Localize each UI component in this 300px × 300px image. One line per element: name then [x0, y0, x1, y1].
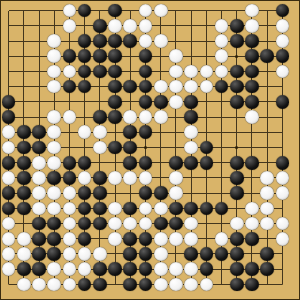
- board-cell[interactable]: [123, 18, 138, 33]
- board-cell[interactable]: [62, 3, 77, 18]
- board-cell[interactable]: [244, 201, 259, 216]
- board-cell[interactable]: [1, 262, 16, 277]
- board-cell[interactable]: [260, 231, 275, 246]
- board-cell[interactable]: [260, 18, 275, 33]
- board-cell[interactable]: [214, 216, 229, 231]
- board-cell[interactable]: [62, 216, 77, 231]
- board-cell[interactable]: [244, 94, 259, 109]
- board-cell[interactable]: [1, 155, 16, 170]
- board-cell[interactable]: [184, 64, 199, 79]
- board-cell[interactable]: [107, 246, 122, 261]
- board-cell[interactable]: [62, 33, 77, 48]
- board-cell[interactable]: [153, 201, 168, 216]
- board-cell[interactable]: [214, 277, 229, 292]
- board-cell[interactable]: [153, 125, 168, 140]
- board-cell[interactable]: [199, 79, 214, 94]
- board-cell[interactable]: [62, 64, 77, 79]
- board-cell[interactable]: [31, 170, 46, 185]
- board-cell[interactable]: [260, 33, 275, 48]
- board-cell[interactable]: [199, 49, 214, 64]
- board-cell[interactable]: [107, 155, 122, 170]
- board-cell[interactable]: [229, 216, 244, 231]
- board-cell[interactable]: [1, 33, 16, 48]
- board-cell[interactable]: [199, 18, 214, 33]
- board-cell[interactable]: [92, 18, 107, 33]
- board-cell[interactable]: [123, 231, 138, 246]
- board-cell[interactable]: [153, 216, 168, 231]
- board-cell[interactable]: [260, 125, 275, 140]
- board-cell[interactable]: [153, 94, 168, 109]
- board-cell[interactable]: [31, 125, 46, 140]
- board-cell[interactable]: [31, 262, 46, 277]
- board-cell[interactable]: [275, 170, 290, 185]
- board-cell[interactable]: [244, 109, 259, 124]
- board-cell[interactable]: [199, 33, 214, 48]
- board-cell[interactable]: [229, 125, 244, 140]
- board-cell[interactable]: [184, 277, 199, 292]
- board-cell[interactable]: [138, 155, 153, 170]
- board-cell[interactable]: [1, 140, 16, 155]
- board-cell[interactable]: [244, 186, 259, 201]
- board-cell[interactable]: [138, 170, 153, 185]
- board-cell[interactable]: [31, 231, 46, 246]
- board-cell[interactable]: [47, 277, 62, 292]
- board-cell[interactable]: [123, 246, 138, 261]
- board-cell[interactable]: [214, 125, 229, 140]
- board-cell[interactable]: [275, 277, 290, 292]
- board-cell[interactable]: [123, 277, 138, 292]
- board-cell[interactable]: [229, 262, 244, 277]
- board-cell[interactable]: [31, 109, 46, 124]
- board-cell[interactable]: [77, 79, 92, 94]
- board-cell[interactable]: [229, 246, 244, 261]
- board-cell[interactable]: [184, 79, 199, 94]
- board-cell[interactable]: [138, 64, 153, 79]
- board-cell[interactable]: [244, 125, 259, 140]
- board-cell[interactable]: [229, 231, 244, 246]
- board-cell[interactable]: [123, 94, 138, 109]
- board-cell[interactable]: [138, 140, 153, 155]
- board-cell[interactable]: [107, 201, 122, 216]
- board-cell[interactable]: [168, 79, 183, 94]
- board-cell[interactable]: [214, 231, 229, 246]
- board-cell[interactable]: [47, 109, 62, 124]
- board-cell[interactable]: [62, 18, 77, 33]
- board-cell[interactable]: [77, 170, 92, 185]
- board-cell[interactable]: [229, 170, 244, 185]
- board-cell[interactable]: [199, 277, 214, 292]
- board-cell[interactable]: [47, 262, 62, 277]
- board-cell[interactable]: [107, 64, 122, 79]
- board-cell[interactable]: [275, 186, 290, 201]
- board-cell[interactable]: [123, 125, 138, 140]
- board-cell[interactable]: [16, 216, 31, 231]
- board-cell[interactable]: [123, 33, 138, 48]
- board-cell[interactable]: [199, 64, 214, 79]
- board-cell[interactable]: [153, 186, 168, 201]
- board-cell[interactable]: [16, 94, 31, 109]
- board-cell[interactable]: [16, 49, 31, 64]
- board-cell[interactable]: [168, 33, 183, 48]
- board-cell[interactable]: [92, 246, 107, 261]
- board-cell[interactable]: [244, 49, 259, 64]
- board-cell[interactable]: [168, 94, 183, 109]
- board-cell[interactable]: [77, 155, 92, 170]
- board-cell[interactable]: [62, 125, 77, 140]
- board-cell[interactable]: [31, 18, 46, 33]
- board-cell[interactable]: [92, 125, 107, 140]
- board-cell[interactable]: [275, 125, 290, 140]
- board-cell[interactable]: [123, 216, 138, 231]
- board-cell[interactable]: [275, 262, 290, 277]
- board-cell[interactable]: [92, 109, 107, 124]
- board-cell[interactable]: [16, 125, 31, 140]
- board-cell[interactable]: [31, 140, 46, 155]
- board-cell[interactable]: [214, 49, 229, 64]
- board-cell[interactable]: [214, 33, 229, 48]
- board-cell[interactable]: [184, 49, 199, 64]
- board-cell[interactable]: [153, 79, 168, 94]
- board-cell[interactable]: [1, 277, 16, 292]
- board-cell[interactable]: [92, 33, 107, 48]
- board-cell[interactable]: [184, 231, 199, 246]
- board-cell[interactable]: [153, 18, 168, 33]
- board-cell[interactable]: [47, 3, 62, 18]
- board-cell[interactable]: [1, 201, 16, 216]
- board-cell[interactable]: [62, 140, 77, 155]
- board-cell[interactable]: [107, 262, 122, 277]
- board-cell[interactable]: [47, 246, 62, 261]
- board-cell[interactable]: [260, 64, 275, 79]
- board-cell[interactable]: [1, 49, 16, 64]
- board-cell[interactable]: [184, 140, 199, 155]
- board-cell[interactable]: [107, 125, 122, 140]
- board-cell[interactable]: [244, 33, 259, 48]
- board-cell[interactable]: [123, 262, 138, 277]
- board-cell[interactable]: [16, 277, 31, 292]
- board-cell[interactable]: [138, 201, 153, 216]
- board-cell[interactable]: [244, 277, 259, 292]
- board-cell[interactable]: [47, 216, 62, 231]
- board-cell[interactable]: [31, 33, 46, 48]
- board-cell[interactable]: [168, 277, 183, 292]
- board-cell[interactable]: [168, 155, 183, 170]
- board-cell[interactable]: [260, 109, 275, 124]
- board-cell[interactable]: [107, 186, 122, 201]
- board-cell[interactable]: [92, 186, 107, 201]
- board-cell[interactable]: [62, 201, 77, 216]
- board-cell[interactable]: [168, 64, 183, 79]
- board-cell[interactable]: [107, 3, 122, 18]
- board-cell[interactable]: [153, 231, 168, 246]
- board-cell[interactable]: [214, 170, 229, 185]
- board-cell[interactable]: [184, 246, 199, 261]
- board-cell[interactable]: [168, 201, 183, 216]
- board-cell[interactable]: [244, 231, 259, 246]
- board-cell[interactable]: [153, 3, 168, 18]
- board-cell[interactable]: [77, 18, 92, 33]
- board-cell[interactable]: [199, 140, 214, 155]
- board-cell[interactable]: [229, 79, 244, 94]
- board-cell[interactable]: [92, 277, 107, 292]
- board-cell[interactable]: [153, 277, 168, 292]
- board-cell[interactable]: [77, 3, 92, 18]
- board-cell[interactable]: [214, 94, 229, 109]
- board-cell[interactable]: [77, 201, 92, 216]
- board-cell[interactable]: [138, 277, 153, 292]
- board-cell[interactable]: [244, 140, 259, 155]
- board-cell[interactable]: [153, 262, 168, 277]
- board-cell[interactable]: [153, 155, 168, 170]
- board-cell[interactable]: [92, 49, 107, 64]
- board-cell[interactable]: [184, 262, 199, 277]
- board-cell[interactable]: [260, 94, 275, 109]
- board-cell[interactable]: [47, 79, 62, 94]
- board-cell[interactable]: [138, 216, 153, 231]
- board-cell[interactable]: [184, 3, 199, 18]
- board-cell[interactable]: [275, 231, 290, 246]
- board-cell[interactable]: [138, 94, 153, 109]
- board-cell[interactable]: [260, 277, 275, 292]
- board-cell[interactable]: [244, 18, 259, 33]
- board-cell[interactable]: [16, 231, 31, 246]
- board-cell[interactable]: [184, 94, 199, 109]
- board-cell[interactable]: [184, 155, 199, 170]
- board-cell[interactable]: [123, 79, 138, 94]
- board-cell[interactable]: [47, 186, 62, 201]
- board-cell[interactable]: [107, 170, 122, 185]
- board-cell[interactable]: [260, 49, 275, 64]
- board-cell[interactable]: [260, 262, 275, 277]
- board-cell[interactable]: [229, 94, 244, 109]
- board-cell[interactable]: [260, 186, 275, 201]
- board-cell[interactable]: [168, 186, 183, 201]
- board-cell[interactable]: [168, 231, 183, 246]
- board-cell[interactable]: [184, 109, 199, 124]
- board-cell[interactable]: [77, 216, 92, 231]
- board-cell[interactable]: [244, 79, 259, 94]
- board-cell[interactable]: [244, 170, 259, 185]
- board-cell[interactable]: [184, 33, 199, 48]
- board-cell[interactable]: [92, 3, 107, 18]
- board-cell[interactable]: [107, 18, 122, 33]
- board-cell[interactable]: [16, 262, 31, 277]
- board-cell[interactable]: [16, 186, 31, 201]
- board-cell[interactable]: [138, 246, 153, 261]
- board-cell[interactable]: [138, 49, 153, 64]
- board-cell[interactable]: [260, 216, 275, 231]
- board-cell[interactable]: [275, 33, 290, 48]
- board-cell[interactable]: [62, 109, 77, 124]
- board-cell[interactable]: [244, 262, 259, 277]
- board-cell[interactable]: [138, 79, 153, 94]
- board-cell[interactable]: [123, 64, 138, 79]
- board-cell[interactable]: [1, 216, 16, 231]
- board-cell[interactable]: [77, 109, 92, 124]
- board-cell[interactable]: [153, 140, 168, 155]
- board-cell[interactable]: [62, 262, 77, 277]
- board-cell[interactable]: [47, 140, 62, 155]
- board-cell[interactable]: [199, 262, 214, 277]
- board-cell[interactable]: [62, 49, 77, 64]
- board-cell[interactable]: [244, 216, 259, 231]
- board-cell[interactable]: [168, 140, 183, 155]
- board-cell[interactable]: [214, 155, 229, 170]
- board-cell[interactable]: [47, 170, 62, 185]
- board-cell[interactable]: [229, 3, 244, 18]
- board-cell[interactable]: [107, 277, 122, 292]
- board-cell[interactable]: [92, 231, 107, 246]
- board-cell[interactable]: [92, 94, 107, 109]
- board-cell[interactable]: [275, 201, 290, 216]
- board-cell[interactable]: [62, 231, 77, 246]
- board-cell[interactable]: [184, 216, 199, 231]
- board-cell[interactable]: [153, 49, 168, 64]
- board-cell[interactable]: [16, 170, 31, 185]
- board-cell[interactable]: [168, 216, 183, 231]
- board-cell[interactable]: [138, 109, 153, 124]
- board-cell[interactable]: [62, 277, 77, 292]
- board-cell[interactable]: [77, 140, 92, 155]
- board-cell[interactable]: [138, 33, 153, 48]
- board-cell[interactable]: [92, 140, 107, 155]
- board-cell[interactable]: [138, 125, 153, 140]
- board-cell[interactable]: [1, 3, 16, 18]
- board-cell[interactable]: [47, 94, 62, 109]
- board-cell[interactable]: [244, 246, 259, 261]
- board-cell[interactable]: [260, 140, 275, 155]
- board-cell[interactable]: [260, 155, 275, 170]
- board-cell[interactable]: [184, 170, 199, 185]
- board-cell[interactable]: [199, 201, 214, 216]
- board-cell[interactable]: [229, 201, 244, 216]
- board-cell[interactable]: [16, 64, 31, 79]
- board-cell[interactable]: [168, 262, 183, 277]
- board-cell[interactable]: [123, 109, 138, 124]
- board-cell[interactable]: [77, 246, 92, 261]
- board-cell[interactable]: [1, 94, 16, 109]
- board-cell[interactable]: [47, 18, 62, 33]
- board-cell[interactable]: [62, 246, 77, 261]
- board-cell[interactable]: [62, 79, 77, 94]
- board-cell[interactable]: [168, 125, 183, 140]
- board-cell[interactable]: [275, 49, 290, 64]
- board-cell[interactable]: [31, 201, 46, 216]
- board-cell[interactable]: [138, 3, 153, 18]
- board-cell[interactable]: [31, 94, 46, 109]
- board-cell[interactable]: [107, 79, 122, 94]
- board-cell[interactable]: [199, 3, 214, 18]
- board-cell[interactable]: [47, 125, 62, 140]
- board-cell[interactable]: [184, 201, 199, 216]
- board-cell[interactable]: [275, 109, 290, 124]
- board-cell[interactable]: [214, 3, 229, 18]
- board-cell[interactable]: [138, 18, 153, 33]
- board-cell[interactable]: [31, 64, 46, 79]
- board-cell[interactable]: [62, 155, 77, 170]
- board-cell[interactable]: [16, 201, 31, 216]
- board-cell[interactable]: [107, 231, 122, 246]
- board-cell[interactable]: [168, 18, 183, 33]
- board-cell[interactable]: [1, 64, 16, 79]
- board-cell[interactable]: [168, 3, 183, 18]
- board-cell[interactable]: [16, 109, 31, 124]
- board-cell[interactable]: [229, 186, 244, 201]
- board-cell[interactable]: [214, 246, 229, 261]
- board-cell[interactable]: [107, 216, 122, 231]
- board-cell[interactable]: [16, 155, 31, 170]
- board-cell[interactable]: [31, 155, 46, 170]
- board-cell[interactable]: [214, 109, 229, 124]
- board-cell[interactable]: [260, 3, 275, 18]
- board-cell[interactable]: [275, 79, 290, 94]
- board-cell[interactable]: [31, 3, 46, 18]
- board-cell[interactable]: [107, 94, 122, 109]
- board-cell[interactable]: [275, 216, 290, 231]
- board-cell[interactable]: [214, 64, 229, 79]
- board-cell[interactable]: [138, 262, 153, 277]
- board-cell[interactable]: [47, 33, 62, 48]
- board-cell[interactable]: [214, 186, 229, 201]
- board-cell[interactable]: [199, 109, 214, 124]
- board-cell[interactable]: [1, 186, 16, 201]
- board-cell[interactable]: [275, 246, 290, 261]
- board-cell[interactable]: [1, 246, 16, 261]
- board-cell[interactable]: [214, 79, 229, 94]
- board-cell[interactable]: [229, 49, 244, 64]
- board-cell[interactable]: [1, 109, 16, 124]
- board-cell[interactable]: [199, 155, 214, 170]
- board-cell[interactable]: [229, 33, 244, 48]
- board-cell[interactable]: [31, 49, 46, 64]
- board-cell[interactable]: [123, 170, 138, 185]
- board-cell[interactable]: [47, 201, 62, 216]
- board-cell[interactable]: [168, 109, 183, 124]
- board-cell[interactable]: [92, 79, 107, 94]
- board-cell[interactable]: [275, 155, 290, 170]
- board-cell[interactable]: [16, 246, 31, 261]
- board-cell[interactable]: [47, 155, 62, 170]
- board-cell[interactable]: [92, 170, 107, 185]
- board-cell[interactable]: [244, 155, 259, 170]
- board-cell[interactable]: [77, 49, 92, 64]
- board-cell[interactable]: [260, 79, 275, 94]
- board-cell[interactable]: [1, 18, 16, 33]
- board-cell[interactable]: [16, 3, 31, 18]
- board-cell[interactable]: [123, 186, 138, 201]
- board-cell[interactable]: [31, 246, 46, 261]
- board-cell[interactable]: [214, 201, 229, 216]
- board-cell[interactable]: [62, 170, 77, 185]
- board-cell[interactable]: [92, 155, 107, 170]
- board-cell[interactable]: [275, 18, 290, 33]
- board-cell[interactable]: [77, 262, 92, 277]
- board-cell[interactable]: [77, 277, 92, 292]
- board-cell[interactable]: [214, 262, 229, 277]
- board-cell[interactable]: [16, 140, 31, 155]
- board-cell[interactable]: [214, 18, 229, 33]
- board-cell[interactable]: [1, 125, 16, 140]
- board-cell[interactable]: [199, 231, 214, 246]
- board-cell[interactable]: [138, 231, 153, 246]
- board-cell[interactable]: [153, 109, 168, 124]
- board-cell[interactable]: [168, 246, 183, 261]
- board-cell[interactable]: [153, 170, 168, 185]
- board-cell[interactable]: [275, 64, 290, 79]
- board-cell[interactable]: [184, 18, 199, 33]
- board-cell[interactable]: [275, 140, 290, 155]
- board-cell[interactable]: [229, 140, 244, 155]
